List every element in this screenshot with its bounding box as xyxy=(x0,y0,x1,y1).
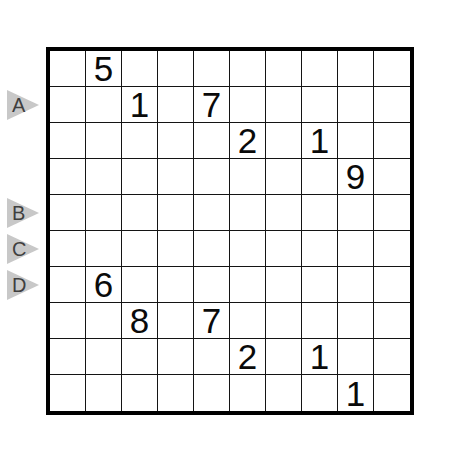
cell-r4c6[interactable] xyxy=(230,159,266,195)
cell-r5c1[interactable] xyxy=(50,195,86,231)
cell-r6c10[interactable] xyxy=(374,231,410,267)
cell-r2c5-clue: 7 xyxy=(194,87,230,123)
cell-r8c9[interactable] xyxy=(338,303,374,339)
cell-r10c4[interactable] xyxy=(158,375,194,411)
cell-r3c2[interactable] xyxy=(86,123,122,159)
cell-r6c4[interactable] xyxy=(158,231,194,267)
cell-r3c10[interactable] xyxy=(374,123,410,159)
arrow-label-c: C xyxy=(12,238,26,261)
cell-r7c9[interactable] xyxy=(338,267,374,303)
cell-r6c7[interactable] xyxy=(266,231,302,267)
cell-r9c6-clue: 2 xyxy=(230,339,266,375)
cell-r4c3[interactable] xyxy=(122,159,158,195)
cell-r1c3[interactable] xyxy=(122,51,158,87)
cell-r1c6[interactable] xyxy=(230,51,266,87)
cell-r3c9[interactable] xyxy=(338,123,374,159)
cell-r7c3[interactable] xyxy=(122,267,158,303)
answer-row-marker-b: B xyxy=(7,198,39,228)
cell-r5c9[interactable] xyxy=(338,195,374,231)
cell-r1c10[interactable] xyxy=(374,51,410,87)
cell-r4c1[interactable] xyxy=(50,159,86,195)
cell-r10c3[interactable] xyxy=(122,375,158,411)
cell-r3c5[interactable] xyxy=(194,123,230,159)
cell-r9c1[interactable] xyxy=(50,339,86,375)
answer-row-marker-a: A xyxy=(7,90,39,120)
arrow-label-d: D xyxy=(12,274,26,297)
cell-r3c8-clue: 1 xyxy=(302,123,338,159)
cell-r2c7[interactable] xyxy=(266,87,302,123)
cell-r5c5[interactable] xyxy=(194,195,230,231)
answer-row-marker-c: C xyxy=(7,234,39,264)
cell-r7c2-clue: 6 xyxy=(86,267,122,303)
cell-r2c3-clue: 1 xyxy=(122,87,158,123)
cell-r5c10[interactable] xyxy=(374,195,410,231)
arrow-label-b: B xyxy=(12,202,25,225)
cell-r6c2[interactable] xyxy=(86,231,122,267)
cell-r9c2[interactable] xyxy=(86,339,122,375)
cell-r8c10[interactable] xyxy=(374,303,410,339)
cell-r6c1[interactable] xyxy=(50,231,86,267)
cell-r1c4[interactable] xyxy=(158,51,194,87)
cell-r9c9[interactable] xyxy=(338,339,374,375)
cell-r6c6[interactable] xyxy=(230,231,266,267)
cell-r8c1[interactable] xyxy=(50,303,86,339)
cell-r9c3[interactable] xyxy=(122,339,158,375)
cell-r10c1[interactable] xyxy=(50,375,86,411)
cell-r7c8[interactable] xyxy=(302,267,338,303)
cell-r10c10[interactable] xyxy=(374,375,410,411)
cell-r2c8[interactable] xyxy=(302,87,338,123)
cell-r9c7[interactable] xyxy=(266,339,302,375)
cell-r10c8[interactable] xyxy=(302,375,338,411)
cell-r2c2[interactable] xyxy=(86,87,122,123)
puzzle-board: 517219687211 xyxy=(46,47,414,415)
cell-r4c5[interactable] xyxy=(194,159,230,195)
cell-r7c6[interactable] xyxy=(230,267,266,303)
cell-r4c10[interactable] xyxy=(374,159,410,195)
cell-r9c10[interactable] xyxy=(374,339,410,375)
cell-r8c6[interactable] xyxy=(230,303,266,339)
cell-r8c4[interactable] xyxy=(158,303,194,339)
cell-r2c6[interactable] xyxy=(230,87,266,123)
cell-r8c8[interactable] xyxy=(302,303,338,339)
cell-r2c9[interactable] xyxy=(338,87,374,123)
cell-r7c5[interactable] xyxy=(194,267,230,303)
cell-r10c9-clue: 1 xyxy=(338,375,374,411)
cell-r9c4[interactable] xyxy=(158,339,194,375)
cell-r3c6-clue: 2 xyxy=(230,123,266,159)
answer-row-marker-d: D xyxy=(7,270,39,300)
cell-r4c8[interactable] xyxy=(302,159,338,195)
cell-r4c2[interactable] xyxy=(86,159,122,195)
cell-r1c5[interactable] xyxy=(194,51,230,87)
cell-r5c4[interactable] xyxy=(158,195,194,231)
cell-r8c3-clue: 8 xyxy=(122,303,158,339)
cell-r9c8-clue: 1 xyxy=(302,339,338,375)
cell-r7c10[interactable] xyxy=(374,267,410,303)
cell-r10c2[interactable] xyxy=(86,375,122,411)
cell-r10c5[interactable] xyxy=(194,375,230,411)
cell-r1c7[interactable] xyxy=(266,51,302,87)
cell-r1c1[interactable] xyxy=(50,51,86,87)
cell-r8c7[interactable] xyxy=(266,303,302,339)
cell-r3c3[interactable] xyxy=(122,123,158,159)
cell-r4c7[interactable] xyxy=(266,159,302,195)
cell-r9c5[interactable] xyxy=(194,339,230,375)
cell-r1c9[interactable] xyxy=(338,51,374,87)
cell-r10c7[interactable] xyxy=(266,375,302,411)
cell-r7c1[interactable] xyxy=(50,267,86,303)
cell-r8c2[interactable] xyxy=(86,303,122,339)
cell-r5c8[interactable] xyxy=(302,195,338,231)
cell-r3c7[interactable] xyxy=(266,123,302,159)
cell-r7c7[interactable] xyxy=(266,267,302,303)
cell-r5c7[interactable] xyxy=(266,195,302,231)
cell-r4c9-clue: 9 xyxy=(338,159,374,195)
cell-r2c10[interactable] xyxy=(374,87,410,123)
cell-r6c8[interactable] xyxy=(302,231,338,267)
cell-r8c5-clue: 7 xyxy=(194,303,230,339)
cell-r3c1[interactable] xyxy=(50,123,86,159)
cell-r1c2-clue: 5 xyxy=(86,51,122,87)
cell-r4c4[interactable] xyxy=(158,159,194,195)
cell-r2c1[interactable] xyxy=(50,87,86,123)
cell-r2c4[interactable] xyxy=(158,87,194,123)
cell-r5c6[interactable] xyxy=(230,195,266,231)
cell-r5c3[interactable] xyxy=(122,195,158,231)
cell-r5c2[interactable] xyxy=(86,195,122,231)
cell-r6c9[interactable] xyxy=(338,231,374,267)
cell-r6c5[interactable] xyxy=(194,231,230,267)
cell-r3c4[interactable] xyxy=(158,123,194,159)
cell-r10c6[interactable] xyxy=(230,375,266,411)
cell-r6c3[interactable] xyxy=(122,231,158,267)
cell-r1c8[interactable] xyxy=(302,51,338,87)
arrow-label-a: A xyxy=(12,94,25,117)
cell-r7c4[interactable] xyxy=(158,267,194,303)
